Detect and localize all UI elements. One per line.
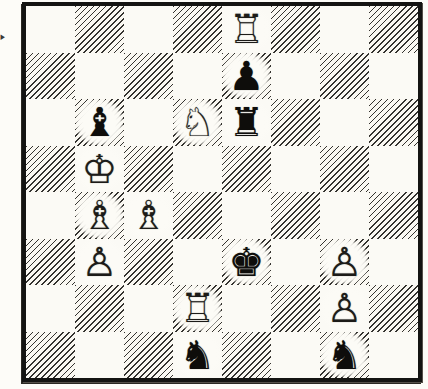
- white-knight-d6: ♘: [174, 100, 221, 145]
- square-g7[interactable]: [320, 53, 369, 100]
- square-e7[interactable]: ♟: [222, 53, 271, 100]
- square-a7[interactable]: [26, 53, 75, 100]
- square-b6[interactable]: ♝: [75, 99, 124, 146]
- square-d2[interactable]: ♖: [173, 285, 222, 332]
- square-g1[interactable]: ♞: [320, 332, 369, 379]
- square-g2[interactable]: ♙: [320, 285, 369, 332]
- square-a5[interactable]: [26, 146, 75, 193]
- scanned-page: ▸ ♖♟♝♘♜♔♗♗♙♚♙♖♙♞♞: [0, 0, 428, 389]
- square-h5[interactable]: [369, 146, 418, 193]
- square-h2[interactable]: [369, 285, 418, 332]
- black-king-e3: ♚: [223, 239, 270, 284]
- board-grid: ♖♟♝♘♜♔♗♗♙♚♙♖♙♞♞: [26, 6, 418, 378]
- square-h6[interactable]: [369, 99, 418, 146]
- square-d6[interactable]: ♘: [173, 99, 222, 146]
- square-c1[interactable]: [124, 332, 173, 379]
- square-e3[interactable]: ♚: [222, 239, 271, 286]
- white-bishop-c4: ♗: [125, 193, 172, 238]
- square-f3[interactable]: [271, 239, 320, 286]
- square-d4[interactable]: [173, 192, 222, 239]
- square-e5[interactable]: [222, 146, 271, 193]
- print-artifact: ▸: [1, 30, 5, 43]
- black-pawn-e7: ♟: [223, 53, 270, 98]
- white-bishop-b4: ♗: [76, 193, 123, 238]
- square-c5[interactable]: [124, 146, 173, 193]
- square-e1[interactable]: [222, 332, 271, 379]
- black-rook-e6: ♜: [223, 100, 270, 145]
- white-king-b5: ♔: [76, 146, 123, 191]
- square-d5[interactable]: [173, 146, 222, 193]
- square-b8[interactable]: [75, 6, 124, 53]
- square-c8[interactable]: [124, 6, 173, 53]
- square-b5[interactable]: ♔: [75, 146, 124, 193]
- square-d7[interactable]: [173, 53, 222, 100]
- white-rook-e8: ♖: [223, 7, 270, 52]
- square-a8[interactable]: [26, 6, 75, 53]
- square-a2[interactable]: [26, 285, 75, 332]
- square-a6[interactable]: [26, 99, 75, 146]
- square-c2[interactable]: [124, 285, 173, 332]
- square-e4[interactable]: [222, 192, 271, 239]
- square-f7[interactable]: [271, 53, 320, 100]
- black-knight-d1: ♞: [174, 332, 221, 377]
- square-a4[interactable]: [26, 192, 75, 239]
- square-h3[interactable]: [369, 239, 418, 286]
- white-pawn-g3: ♙: [321, 239, 368, 284]
- white-pawn-b3: ♙: [76, 239, 123, 284]
- square-h4[interactable]: [369, 192, 418, 239]
- square-h1[interactable]: [369, 332, 418, 379]
- square-b7[interactable]: [75, 53, 124, 100]
- square-f4[interactable]: [271, 192, 320, 239]
- white-pawn-g2: ♙: [321, 286, 368, 331]
- square-g5[interactable]: [320, 146, 369, 193]
- black-knight-g1: ♞: [321, 332, 368, 377]
- square-e2[interactable]: [222, 285, 271, 332]
- square-f1[interactable]: [271, 332, 320, 379]
- square-h7[interactable]: [369, 53, 418, 100]
- square-c6[interactable]: [124, 99, 173, 146]
- square-d3[interactable]: [173, 239, 222, 286]
- square-h8[interactable]: [369, 6, 418, 53]
- black-bishop-b6: ♝: [76, 100, 123, 145]
- square-a1[interactable]: [26, 332, 75, 379]
- square-d8[interactable]: [173, 6, 222, 53]
- square-f2[interactable]: [271, 285, 320, 332]
- square-b4[interactable]: ♗: [75, 192, 124, 239]
- white-rook-d2: ♖: [174, 286, 221, 331]
- square-c4[interactable]: ♗: [124, 192, 173, 239]
- square-b3[interactable]: ♙: [75, 239, 124, 286]
- square-f6[interactable]: [271, 99, 320, 146]
- square-d1[interactable]: ♞: [173, 332, 222, 379]
- square-c7[interactable]: [124, 53, 173, 100]
- square-a3[interactable]: [26, 239, 75, 286]
- square-g3[interactable]: ♙: [320, 239, 369, 286]
- chess-board: ♖♟♝♘♜♔♗♗♙♚♙♖♙♞♞: [22, 2, 422, 382]
- square-c3[interactable]: [124, 239, 173, 286]
- square-e8[interactable]: ♖: [222, 6, 271, 53]
- square-g4[interactable]: [320, 192, 369, 239]
- square-f8[interactable]: [271, 6, 320, 53]
- square-g6[interactable]: [320, 99, 369, 146]
- square-g8[interactable]: [320, 6, 369, 53]
- square-b2[interactable]: [75, 285, 124, 332]
- square-b1[interactable]: [75, 332, 124, 379]
- square-f5[interactable]: [271, 146, 320, 193]
- square-e6[interactable]: ♜: [222, 99, 271, 146]
